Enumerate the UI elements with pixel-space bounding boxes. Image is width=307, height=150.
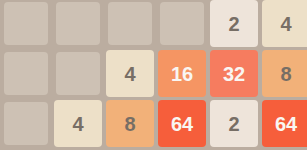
tile-32: 32	[210, 50, 258, 97]
cell-r1c5: 2	[212, 2, 256, 45]
cell-r3c6: 64	[264, 102, 307, 145]
cell-r3c4: 64	[160, 102, 204, 145]
tile-4: 4	[54, 100, 102, 147]
tile-8: 8	[262, 50, 307, 97]
tile-grid: 244163284864264	[0, 0, 307, 145]
tile-2: 2	[210, 100, 258, 147]
cell-r1c1	[4, 2, 48, 45]
tile-16: 16	[158, 50, 206, 97]
cell-r2c6: 8	[264, 52, 307, 95]
cell-r2c1	[4, 52, 48, 95]
board-2048[interactable]: 244163284864264	[0, 0, 307, 150]
tile-8: 8	[106, 100, 154, 147]
cell-r1c2	[56, 2, 100, 45]
cell-r2c2	[56, 52, 100, 95]
cell-r3c3: 8	[108, 102, 152, 145]
cell-r1c3	[108, 2, 152, 45]
cell-r3c2: 4	[56, 102, 100, 145]
tile-4: 4	[106, 50, 154, 97]
tile-2: 2	[210, 0, 258, 47]
cell-r2c3: 4	[108, 52, 152, 95]
cell-r1c6: 4	[264, 2, 307, 45]
cell-r1c4	[160, 2, 204, 45]
cell-r3c1	[4, 102, 48, 145]
tile-4: 4	[262, 0, 307, 47]
tile-64: 64	[262, 100, 307, 147]
cell-r2c4: 16	[160, 52, 204, 95]
cell-r3c5: 2	[212, 102, 256, 145]
tile-64: 64	[158, 100, 206, 147]
cell-r2c5: 32	[212, 52, 256, 95]
